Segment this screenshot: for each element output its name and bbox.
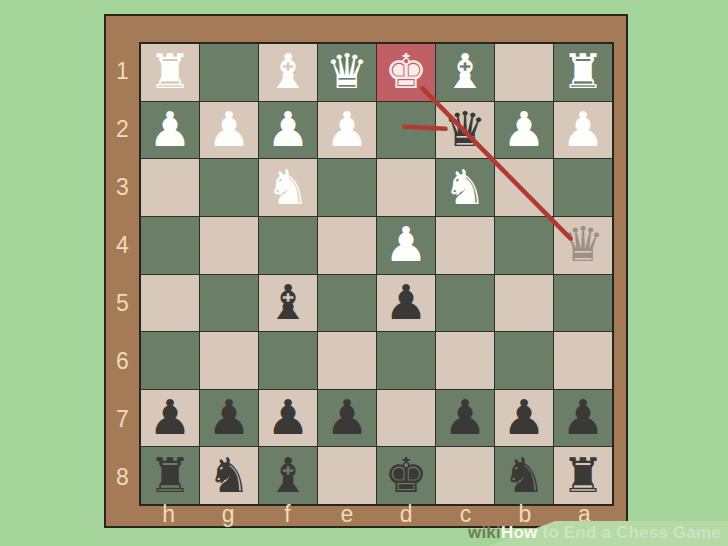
white-rook-h1[interactable]: ♜ xyxy=(148,47,191,95)
white-pawn-e2[interactable]: ♟ xyxy=(325,105,368,153)
square-h5[interactable] xyxy=(141,275,199,332)
square-c2[interactable]: ♛ xyxy=(436,102,494,159)
black-pawn-a7[interactable]: ♟ xyxy=(561,393,604,441)
white-pawn-b2[interactable]: ♟ xyxy=(502,105,545,153)
square-c4[interactable] xyxy=(436,217,494,274)
square-g2[interactable]: ♟ xyxy=(200,102,258,159)
page: 12345678 ♜♝♛♚♝♜♟♟♟♟♛♟♟♞♞♟♛♝♟♟♟♟♟♟♟♟♜♞♝♚♞… xyxy=(0,0,728,546)
black-knight-g8[interactable]: ♞ xyxy=(207,451,250,499)
square-b6[interactable] xyxy=(495,332,553,389)
square-c6[interactable] xyxy=(436,332,494,389)
square-h7[interactable]: ♟ xyxy=(141,390,199,447)
rank-label-4: 4 xyxy=(106,216,139,274)
black-rook-h8[interactable]: ♜ xyxy=(148,451,191,499)
square-h4[interactable] xyxy=(141,217,199,274)
white-pawn-f2[interactable]: ♟ xyxy=(266,105,309,153)
file-label-f: f xyxy=(258,503,317,526)
rank-label-8: 8 xyxy=(106,448,139,506)
white-queen-e1[interactable]: ♛ xyxy=(325,47,368,95)
file-label-e: e xyxy=(317,503,376,526)
white-rook-a1[interactable]: ♜ xyxy=(561,47,604,95)
square-d8[interactable]: ♚ xyxy=(377,447,435,504)
white-king-d1[interactable]: ♚ xyxy=(384,47,427,95)
square-b2[interactable]: ♟ xyxy=(495,102,553,159)
white-knight-f3[interactable]: ♞ xyxy=(266,163,309,211)
square-g5[interactable] xyxy=(200,275,258,332)
square-f4[interactable] xyxy=(259,217,317,274)
square-f2[interactable]: ♟ xyxy=(259,102,317,159)
rank-label-5: 5 xyxy=(106,274,139,332)
square-f6[interactable] xyxy=(259,332,317,389)
square-g1[interactable] xyxy=(200,44,258,101)
square-h3[interactable] xyxy=(141,159,199,216)
square-g6[interactable] xyxy=(200,332,258,389)
square-g4[interactable] xyxy=(200,217,258,274)
black-king-d8[interactable]: ♚ xyxy=(384,451,427,499)
square-c3[interactable]: ♞ xyxy=(436,159,494,216)
square-e4[interactable] xyxy=(318,217,376,274)
square-h6[interactable] xyxy=(141,332,199,389)
ghost-queen-a4[interactable]: ♛ xyxy=(561,220,604,268)
square-b4[interactable] xyxy=(495,217,553,274)
black-rook-a8[interactable]: ♜ xyxy=(561,451,604,499)
square-c1[interactable]: ♝ xyxy=(436,44,494,101)
black-knight-b8[interactable]: ♞ xyxy=(502,451,545,499)
square-d1[interactable]: ♚ xyxy=(377,44,435,101)
square-a8[interactable]: ♜ xyxy=(554,447,612,504)
black-pawn-g7[interactable]: ♟ xyxy=(207,393,250,441)
square-a6[interactable] xyxy=(554,332,612,389)
square-a3[interactable] xyxy=(554,159,612,216)
square-b3[interactable] xyxy=(495,159,553,216)
square-h8[interactable]: ♜ xyxy=(141,447,199,504)
square-g7[interactable]: ♟ xyxy=(200,390,258,447)
board-frame: 12345678 ♜♝♛♚♝♜♟♟♟♟♛♟♟♞♞♟♛♝♟♟♟♟♟♟♟♟♜♞♝♚♞… xyxy=(104,14,628,528)
square-e2[interactable]: ♟ xyxy=(318,102,376,159)
square-c7[interactable]: ♟ xyxy=(436,390,494,447)
square-d2[interactable] xyxy=(377,102,435,159)
square-a2[interactable]: ♟ xyxy=(554,102,612,159)
rank-label-7: 7 xyxy=(106,390,139,448)
white-bishop-c1[interactable]: ♝ xyxy=(443,47,486,95)
square-e7[interactable]: ♟ xyxy=(318,390,376,447)
square-f1[interactable]: ♝ xyxy=(259,44,317,101)
rank-label-2: 2 xyxy=(106,100,139,158)
black-bishop-f8[interactable]: ♝ xyxy=(266,451,309,499)
rank-label-6: 6 xyxy=(106,332,139,390)
square-f5[interactable]: ♝ xyxy=(259,275,317,332)
square-f3[interactable]: ♞ xyxy=(259,159,317,216)
square-e3[interactable] xyxy=(318,159,376,216)
white-pawn-d4[interactable]: ♟ xyxy=(384,220,427,268)
square-d6[interactable] xyxy=(377,332,435,389)
square-a4[interactable]: ♛ xyxy=(554,217,612,274)
square-e1[interactable]: ♛ xyxy=(318,44,376,101)
white-pawn-g2[interactable]: ♟ xyxy=(207,105,250,153)
square-e6[interactable] xyxy=(318,332,376,389)
white-pawn-h2[interactable]: ♟ xyxy=(148,105,191,153)
square-d5[interactable]: ♟ xyxy=(377,275,435,332)
black-pawn-d5[interactable]: ♟ xyxy=(384,278,427,326)
black-bishop-f5[interactable]: ♝ xyxy=(266,278,309,326)
square-g8[interactable]: ♞ xyxy=(200,447,258,504)
square-d7[interactable] xyxy=(377,390,435,447)
watermark-wiki: wiki xyxy=(468,523,501,543)
square-f7[interactable]: ♟ xyxy=(259,390,317,447)
square-d3[interactable] xyxy=(377,159,435,216)
black-pawn-b7[interactable]: ♟ xyxy=(502,393,545,441)
square-a5[interactable] xyxy=(554,275,612,332)
chess-board: ♜♝♛♚♝♜♟♟♟♟♛♟♟♞♞♟♛♝♟♟♟♟♟♟♟♟♜♞♝♚♞♜ xyxy=(139,42,614,506)
white-knight-c3[interactable]: ♞ xyxy=(443,163,486,211)
rank-label-1: 1 xyxy=(106,42,139,100)
square-b5[interactable] xyxy=(495,275,553,332)
file-label-h: h xyxy=(139,503,198,526)
white-pawn-a2[interactable]: ♟ xyxy=(561,105,604,153)
square-e5[interactable] xyxy=(318,275,376,332)
black-pawn-e7[interactable]: ♟ xyxy=(325,393,368,441)
square-b7[interactable]: ♟ xyxy=(495,390,553,447)
file-label-d: d xyxy=(377,503,436,526)
wikihow-watermark: wikiHowto End a Chess Game xyxy=(468,523,721,543)
square-c8[interactable] xyxy=(436,447,494,504)
black-pawn-h7[interactable]: ♟ xyxy=(148,393,191,441)
black-pawn-c7[interactable]: ♟ xyxy=(443,393,486,441)
black-queen-c2[interactable]: ♛ xyxy=(443,105,486,153)
square-e8[interactable] xyxy=(318,447,376,504)
black-pawn-f7[interactable]: ♟ xyxy=(266,393,309,441)
square-b8[interactable]: ♞ xyxy=(495,447,553,504)
square-a7[interactable]: ♟ xyxy=(554,390,612,447)
watermark-brand: How xyxy=(501,523,537,543)
white-bishop-f1[interactable]: ♝ xyxy=(266,47,309,95)
rank-label-3: 3 xyxy=(106,158,139,216)
square-d4[interactable]: ♟ xyxy=(377,217,435,274)
square-f8[interactable]: ♝ xyxy=(259,447,317,504)
file-label-g: g xyxy=(198,503,257,526)
watermark-caption: to End a Chess Game xyxy=(542,523,721,543)
square-h1[interactable]: ♜ xyxy=(141,44,199,101)
rank-labels: 12345678 xyxy=(106,42,139,506)
square-b1[interactable] xyxy=(495,44,553,101)
square-c5[interactable] xyxy=(436,275,494,332)
square-h2[interactable]: ♟ xyxy=(141,102,199,159)
square-g3[interactable] xyxy=(200,159,258,216)
square-a1[interactable]: ♜ xyxy=(554,44,612,101)
